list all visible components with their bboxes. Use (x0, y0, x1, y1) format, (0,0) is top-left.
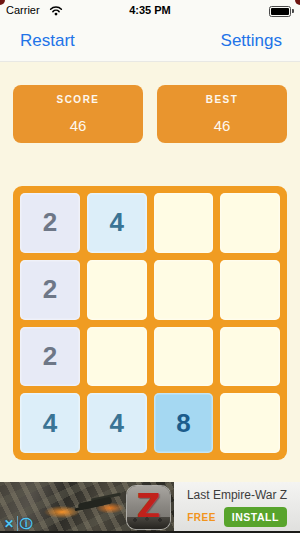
ad-install-button[interactable]: INSTALL (224, 507, 287, 527)
ad-price-label: FREE (187, 512, 216, 523)
ad-banner[interactable]: ✕ ⓘ Z Last Empire-War Z FREE INSTALL (0, 482, 300, 533)
tile-4-r4c1: 4 (20, 393, 80, 453)
app-screen: Carrier 4:35 PM Restart Settings SCORE 4… (0, 0, 300, 533)
empty-cell-r3c2 (87, 327, 147, 387)
tile-4-r1c2: 4 (87, 193, 147, 253)
ad-title: Last Empire-War Z (187, 488, 287, 502)
score-box: SCORE 46 (13, 85, 143, 143)
tile-8-r4c3: 8 (154, 393, 214, 453)
score-value: 46 (70, 117, 87, 134)
best-box: BEST 46 (157, 85, 287, 143)
tile-2-r3c1: 2 (20, 327, 80, 387)
settings-button[interactable]: Settings (221, 31, 282, 51)
ad-close-icon[interactable]: ✕ (1, 516, 17, 532)
empty-cell-r1c4 (220, 193, 280, 253)
empty-cell-r3c3 (154, 327, 214, 387)
best-value: 46 (214, 117, 231, 134)
best-label: BEST (206, 94, 239, 105)
top-bars: Carrier 4:35 PM Restart Settings (0, 0, 300, 62)
status-bar: Carrier 4:35 PM (0, 0, 300, 20)
empty-cell-r4c4 (220, 393, 280, 453)
battery-icon (269, 6, 291, 17)
ad-controls: ✕ ⓘ (1, 516, 34, 532)
empty-cell-r3c4 (220, 327, 280, 387)
restart-button[interactable]: Restart (20, 31, 75, 51)
game-board[interactable]: 2422448 (13, 186, 287, 460)
empty-cell-r2c2 (87, 260, 147, 320)
ad-app-icon-crowd (127, 517, 170, 529)
tile-2-r2c1: 2 (20, 260, 80, 320)
nav-bar: Restart Settings (0, 20, 300, 62)
ad-info-icon[interactable]: ⓘ (17, 516, 34, 532)
empty-cell-r2c3 (154, 260, 214, 320)
score-label: SCORE (56, 94, 99, 105)
tile-4-r4c2: 4 (87, 393, 147, 453)
tile-2-r1c1: 2 (20, 193, 80, 253)
helicopter-graphic (78, 497, 113, 511)
status-clock: 4:35 PM (0, 4, 300, 16)
ad-details: Last Empire-War Z FREE INSTALL (174, 482, 300, 531)
ad-app-icon[interactable]: Z (127, 486, 170, 529)
empty-cell-r1c3 (154, 193, 214, 253)
empty-cell-r2c4 (220, 260, 280, 320)
